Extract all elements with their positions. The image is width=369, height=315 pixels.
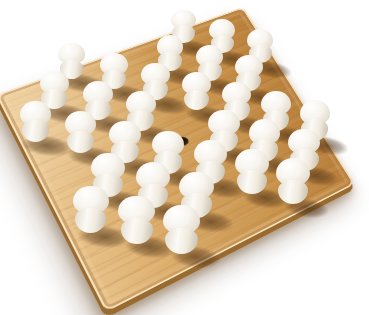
peg-d7[interactable] xyxy=(118,196,155,244)
peg-a5[interactable] xyxy=(20,101,51,142)
peg-body xyxy=(237,170,267,194)
peg-body xyxy=(165,228,198,254)
peg-d3[interactable] xyxy=(182,72,211,110)
peg-body xyxy=(121,218,153,244)
peg-c7[interactable] xyxy=(73,186,109,233)
peg-g5[interactable] xyxy=(276,158,310,203)
peg-body xyxy=(184,90,209,110)
peg-f5[interactable] xyxy=(235,149,269,193)
peg-e7[interactable] xyxy=(163,205,200,254)
peg-body xyxy=(278,180,308,204)
peg-body xyxy=(75,208,107,233)
peg-body xyxy=(22,120,49,142)
peg-solitaire-photo xyxy=(0,0,369,315)
peg-b5[interactable] xyxy=(65,111,96,152)
peg-body xyxy=(67,131,95,153)
